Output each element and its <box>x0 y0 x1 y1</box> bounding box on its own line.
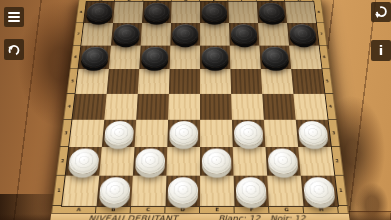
black-piece-e8[interactable] <box>202 3 227 21</box>
white-piece-h1[interactable] <box>303 178 335 204</box>
file-label-a: A <box>67 207 92 212</box>
piece-counts: Blanc: 12 Noir: 12 <box>218 213 306 220</box>
rotate-board-button[interactable] <box>4 39 24 60</box>
square-e1[interactable] <box>200 176 234 206</box>
black-piece-c6[interactable] <box>141 47 168 67</box>
square-e4[interactable] <box>200 94 232 120</box>
black-piece-a6[interactable] <box>81 47 109 67</box>
square-d6[interactable] <box>170 46 200 70</box>
black-piece-g8[interactable] <box>259 3 285 21</box>
square-b1[interactable] <box>97 176 133 206</box>
square-h2[interactable] <box>298 147 334 176</box>
rank-label-2: 2 <box>333 153 341 170</box>
rank-label-5: 5 <box>324 74 331 89</box>
white-piece-c2[interactable] <box>135 149 165 174</box>
hamburger-menu-icon <box>8 12 20 22</box>
square-b8[interactable] <box>113 2 143 23</box>
square-f1[interactable] <box>234 176 269 206</box>
square-h7[interactable] <box>287 23 319 45</box>
rank-label-1: 1 <box>55 182 63 200</box>
square-g5[interactable] <box>261 69 294 94</box>
white-piece-g2[interactable] <box>268 149 298 174</box>
rank-label-7: 7 <box>318 28 325 41</box>
square-h5[interactable] <box>291 69 324 94</box>
undo-button[interactable] <box>371 2 391 22</box>
checkers-board: ABCDEFGH 87654321 87654321 ABCDEFGH NIVE… <box>50 0 350 220</box>
file-label-e: E <box>205 207 229 212</box>
square-b2[interactable] <box>99 147 134 176</box>
square-a2[interactable] <box>66 147 102 176</box>
info-icon: i <box>379 43 383 58</box>
square-b3[interactable] <box>102 120 136 147</box>
square-a3[interactable] <box>69 120 104 147</box>
file-label-d: D <box>171 207 195 212</box>
level-label: NIVEAU DEBUTANT <box>88 213 178 220</box>
square-d7[interactable] <box>170 23 200 45</box>
black-piece-d7[interactable] <box>172 25 198 44</box>
square-a1[interactable] <box>62 176 99 206</box>
black-piece-c8[interactable] <box>144 3 169 21</box>
square-c2[interactable] <box>133 147 167 176</box>
square-f3[interactable] <box>232 120 266 147</box>
file-label-f: F <box>240 207 264 212</box>
square-c6[interactable] <box>139 46 170 70</box>
square-c4[interactable] <box>136 94 169 120</box>
square-g7[interactable] <box>258 23 289 45</box>
file-labels-bottom: ABCDEFGH <box>61 206 339 213</box>
square-a7[interactable] <box>81 23 113 45</box>
rank-label-5: 5 <box>69 74 76 89</box>
rank-label-8: 8 <box>78 6 85 19</box>
square-h6[interactable] <box>289 46 322 70</box>
square-f7[interactable] <box>229 23 259 45</box>
square-c5[interactable] <box>138 69 170 94</box>
rank-label-4: 4 <box>66 99 73 115</box>
square-d1[interactable] <box>166 176 200 206</box>
square-c3[interactable] <box>135 120 169 147</box>
square-a5[interactable] <box>75 69 108 94</box>
rank-label-1: 1 <box>337 182 345 200</box>
rank-label-3: 3 <box>62 125 70 141</box>
rank-label-6: 6 <box>72 50 79 64</box>
square-b4[interactable] <box>104 94 137 120</box>
square-a4[interactable] <box>72 94 106 120</box>
square-f2[interactable] <box>233 147 267 176</box>
square-a8[interactable] <box>84 2 115 23</box>
square-e7[interactable] <box>200 23 230 45</box>
square-h3[interactable] <box>296 120 331 147</box>
square-h1[interactable] <box>301 176 338 206</box>
file-label-c: C <box>136 207 160 212</box>
square-g2[interactable] <box>265 147 300 176</box>
square-d2[interactable] <box>166 147 200 176</box>
white-piece-b1[interactable] <box>99 178 130 204</box>
square-g8[interactable] <box>257 2 287 23</box>
menu-button[interactable] <box>4 7 24 27</box>
white-piece-e2[interactable] <box>202 149 231 174</box>
black-piece-e6[interactable] <box>202 47 228 67</box>
white-piece-f1[interactable] <box>236 178 266 204</box>
black-count-label: Noir: 12 <box>270 213 306 220</box>
status-bar: NIVEAU DEBUTANT Blanc: 12 Noir: 12 <box>50 213 350 220</box>
black-piece-b7[interactable] <box>113 25 140 44</box>
square-f5[interactable] <box>230 69 262 94</box>
black-piece-h7[interactable] <box>289 25 316 44</box>
square-f8[interactable] <box>228 2 258 23</box>
white-piece-b3[interactable] <box>104 122 134 145</box>
board-grid <box>62 2 338 206</box>
square-f6[interactable] <box>230 46 261 70</box>
square-e8[interactable] <box>200 2 229 23</box>
square-e6[interactable] <box>200 46 230 70</box>
square-d5[interactable] <box>169 69 200 94</box>
square-a6[interactable] <box>78 46 111 70</box>
square-d4[interactable] <box>168 94 200 120</box>
black-piece-a8[interactable] <box>86 3 113 21</box>
rank-label-2: 2 <box>59 153 67 170</box>
square-g6[interactable] <box>259 46 291 70</box>
square-e2[interactable] <box>200 147 234 176</box>
square-b7[interactable] <box>111 23 142 45</box>
square-g3[interactable] <box>264 120 298 147</box>
white-piece-a2[interactable] <box>68 149 99 174</box>
rank-label-8: 8 <box>316 6 323 19</box>
square-e5[interactable] <box>200 69 231 94</box>
white-piece-d3[interactable] <box>170 122 198 145</box>
square-b6[interactable] <box>109 46 141 70</box>
square-e3[interactable] <box>200 120 233 147</box>
square-c1[interactable] <box>131 176 166 206</box>
white-piece-f3[interactable] <box>234 122 263 145</box>
square-b5[interactable] <box>107 69 140 94</box>
rank-label-3: 3 <box>330 125 338 141</box>
file-label-b: B <box>101 207 126 212</box>
square-c7[interactable] <box>141 23 171 45</box>
square-f4[interactable] <box>231 94 264 120</box>
white-count-label: Blanc: 12 <box>218 213 260 220</box>
square-c8[interactable] <box>142 2 172 23</box>
undo-move-icon <box>373 4 389 20</box>
white-piece-d1[interactable] <box>168 178 198 204</box>
file-label-h: H <box>309 207 334 212</box>
info-button[interactable]: i <box>371 40 391 61</box>
rank-label-7: 7 <box>75 28 82 41</box>
square-h8[interactable] <box>285 2 316 23</box>
rank-label-6: 6 <box>321 50 328 64</box>
app-screen: ABCDEFGH 87654321 87654321 ABCDEFGH NIVE… <box>0 0 391 220</box>
rotate-board-icon <box>6 42 22 58</box>
rank-label-4: 4 <box>327 99 334 115</box>
black-piece-g6[interactable] <box>262 47 289 67</box>
square-d3[interactable] <box>167 120 200 147</box>
square-g4[interactable] <box>262 94 295 120</box>
square-d8[interactable] <box>171 2 200 23</box>
white-piece-h3[interactable] <box>298 122 328 145</box>
file-label-g: G <box>274 207 299 212</box>
square-h4[interactable] <box>293 94 327 120</box>
square-g1[interactable] <box>267 176 303 206</box>
black-piece-f7[interactable] <box>231 25 257 44</box>
